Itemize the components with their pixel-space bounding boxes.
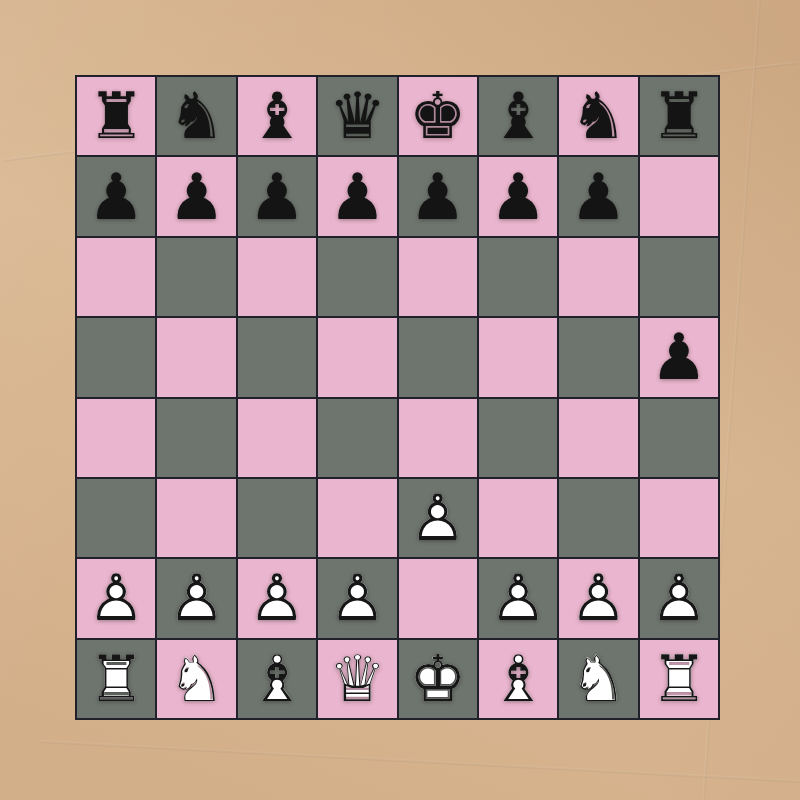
square-f4[interactable] <box>479 399 557 477</box>
white-piece-outline: ♔ <box>399 640 477 718</box>
black-queen-d8: ♛ <box>318 77 396 155</box>
black-pawn-c7: ♟ <box>238 157 316 235</box>
white-piece-outline: ♕ <box>318 640 396 718</box>
square-e1[interactable]: ♚♔ <box>399 640 477 718</box>
square-c6[interactable] <box>238 238 316 316</box>
square-h2[interactable]: ♟♙ <box>640 559 718 637</box>
square-h3[interactable] <box>640 479 718 557</box>
square-a5[interactable] <box>77 318 155 396</box>
black-piece-glyph: ♟ <box>640 318 718 396</box>
black-piece-glyph: ♝ <box>238 77 316 155</box>
square-g2[interactable]: ♟♙ <box>559 559 637 637</box>
white-piece-outline: ♘ <box>559 640 637 718</box>
square-d5[interactable] <box>318 318 396 396</box>
square-d1[interactable]: ♛♕ <box>318 640 396 718</box>
black-piece-glyph: ♟ <box>157 157 235 235</box>
white-pawn-e3: ♟♙ <box>399 479 477 557</box>
square-f3[interactable] <box>479 479 557 557</box>
square-g6[interactable] <box>559 238 637 316</box>
black-pawn-h5: ♟ <box>640 318 718 396</box>
square-d6[interactable] <box>318 238 396 316</box>
white-queen-d1: ♛♕ <box>318 640 396 718</box>
square-d8[interactable]: ♛ <box>318 77 396 155</box>
square-b3[interactable] <box>157 479 235 557</box>
white-bishop-c1: ♝♗ <box>238 640 316 718</box>
white-pawn-c2: ♟♙ <box>238 559 316 637</box>
square-f7[interactable]: ♟ <box>479 157 557 235</box>
square-a2[interactable]: ♟♙ <box>77 559 155 637</box>
black-pawn-d7: ♟ <box>318 157 396 235</box>
black-piece-glyph: ♝ <box>479 77 557 155</box>
white-pawn-g2: ♟♙ <box>559 559 637 637</box>
square-b6[interactable] <box>157 238 235 316</box>
square-d4[interactable] <box>318 399 396 477</box>
black-pawn-b7: ♟ <box>157 157 235 235</box>
square-h4[interactable] <box>640 399 718 477</box>
white-piece-outline: ♙ <box>479 559 557 637</box>
white-piece-outline: ♖ <box>640 640 718 718</box>
square-c8[interactable]: ♝ <box>238 77 316 155</box>
white-piece-outline: ♙ <box>399 479 477 557</box>
square-e4[interactable] <box>399 399 477 477</box>
black-piece-glyph: ♞ <box>157 77 235 155</box>
square-c2[interactable]: ♟♙ <box>238 559 316 637</box>
black-piece-glyph: ♜ <box>640 77 718 155</box>
square-a7[interactable]: ♟ <box>77 157 155 235</box>
square-d7[interactable]: ♟ <box>318 157 396 235</box>
white-piece-outline: ♙ <box>559 559 637 637</box>
square-c5[interactable] <box>238 318 316 396</box>
white-piece-outline: ♖ <box>77 640 155 718</box>
square-a1[interactable]: ♜♖ <box>77 640 155 718</box>
square-h1[interactable]: ♜♖ <box>640 640 718 718</box>
black-pawn-a7: ♟ <box>77 157 155 235</box>
square-c4[interactable] <box>238 399 316 477</box>
white-king-e1: ♚♔ <box>399 640 477 718</box>
square-f6[interactable] <box>479 238 557 316</box>
square-h8[interactable]: ♜ <box>640 77 718 155</box>
black-piece-glyph: ♚ <box>399 77 477 155</box>
black-king-e8: ♚ <box>399 77 477 155</box>
white-pawn-d2: ♟♙ <box>318 559 396 637</box>
white-knight-b1: ♞♘ <box>157 640 235 718</box>
square-h7[interactable] <box>640 157 718 235</box>
square-e5[interactable] <box>399 318 477 396</box>
square-c3[interactable] <box>238 479 316 557</box>
black-rook-h8: ♜ <box>640 77 718 155</box>
black-pawn-f7: ♟ <box>479 157 557 235</box>
black-pawn-g7: ♟ <box>559 157 637 235</box>
white-pawn-b2: ♟♙ <box>157 559 235 637</box>
white-knight-g1: ♞♘ <box>559 640 637 718</box>
square-f2[interactable]: ♟♙ <box>479 559 557 637</box>
white-piece-outline: ♘ <box>157 640 235 718</box>
black-piece-glyph: ♟ <box>238 157 316 235</box>
square-a3[interactable] <box>77 479 155 557</box>
black-piece-glyph: ♜ <box>77 77 155 155</box>
square-b8[interactable]: ♞ <box>157 77 235 155</box>
black-piece-glyph: ♛ <box>318 77 396 155</box>
square-g3[interactable] <box>559 479 637 557</box>
black-piece-glyph: ♟ <box>479 157 557 235</box>
white-pawn-h2: ♟♙ <box>640 559 718 637</box>
black-pawn-e7: ♟ <box>399 157 477 235</box>
square-b2[interactable]: ♟♙ <box>157 559 235 637</box>
square-b7[interactable]: ♟ <box>157 157 235 235</box>
black-piece-glyph: ♟ <box>318 157 396 235</box>
black-bishop-c8: ♝ <box>238 77 316 155</box>
square-e7[interactable]: ♟ <box>399 157 477 235</box>
black-piece-glyph: ♟ <box>399 157 477 235</box>
black-rook-a8: ♜ <box>77 77 155 155</box>
black-knight-g8: ♞ <box>559 77 637 155</box>
white-rook-h1: ♜♖ <box>640 640 718 718</box>
square-a4[interactable] <box>77 399 155 477</box>
black-bishop-f8: ♝ <box>479 77 557 155</box>
square-e6[interactable] <box>399 238 477 316</box>
square-c7[interactable]: ♟ <box>238 157 316 235</box>
black-knight-b8: ♞ <box>157 77 235 155</box>
white-piece-outline: ♙ <box>238 559 316 637</box>
white-piece-outline: ♗ <box>238 640 316 718</box>
square-f1[interactable]: ♝♗ <box>479 640 557 718</box>
black-piece-glyph: ♟ <box>77 157 155 235</box>
square-g4[interactable] <box>559 399 637 477</box>
square-h6[interactable] <box>640 238 718 316</box>
chess-board: ♜♞♝♛♚♝♞♜♟♟♟♟♟♟♟♟♟♙♟♙♟♙♟♙♟♙♟♙♟♙♟♙♜♖♞♘♝♗♛♕… <box>75 75 720 720</box>
square-b5[interactable] <box>157 318 235 396</box>
square-f5[interactable] <box>479 318 557 396</box>
square-e3[interactable]: ♟♙ <box>399 479 477 557</box>
square-g7[interactable]: ♟ <box>559 157 637 235</box>
square-g8[interactable]: ♞ <box>559 77 637 155</box>
black-piece-glyph: ♞ <box>559 77 637 155</box>
white-piece-outline: ♙ <box>157 559 235 637</box>
white-piece-outline: ♙ <box>77 559 155 637</box>
square-h5[interactable]: ♟ <box>640 318 718 396</box>
white-piece-outline: ♙ <box>640 559 718 637</box>
square-b1[interactable]: ♞♘ <box>157 640 235 718</box>
square-e8[interactable]: ♚ <box>399 77 477 155</box>
square-a6[interactable] <box>77 238 155 316</box>
white-pawn-a2: ♟♙ <box>77 559 155 637</box>
white-piece-outline: ♙ <box>318 559 396 637</box>
white-bishop-f1: ♝♗ <box>479 640 557 718</box>
square-f8[interactable]: ♝ <box>479 77 557 155</box>
square-b4[interactable] <box>157 399 235 477</box>
white-piece-outline: ♗ <box>479 640 557 718</box>
square-g5[interactable] <box>559 318 637 396</box>
square-d3[interactable] <box>318 479 396 557</box>
white-pawn-f2: ♟♙ <box>479 559 557 637</box>
white-rook-a1: ♜♖ <box>77 640 155 718</box>
square-a8[interactable]: ♜ <box>77 77 155 155</box>
square-g1[interactable]: ♞♘ <box>559 640 637 718</box>
black-piece-glyph: ♟ <box>559 157 637 235</box>
square-d2[interactable]: ♟♙ <box>318 559 396 637</box>
square-e2[interactable] <box>399 559 477 637</box>
paper-crease <box>40 740 799 783</box>
square-c1[interactable]: ♝♗ <box>238 640 316 718</box>
